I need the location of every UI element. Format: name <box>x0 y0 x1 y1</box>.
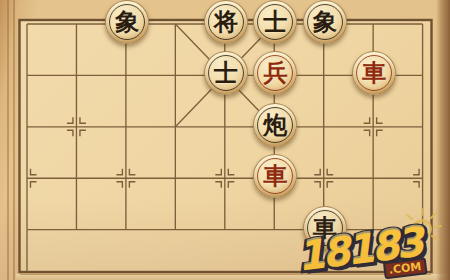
piece-ring <box>208 55 244 91</box>
piece-red-soldier[interactable]: 兵 <box>253 51 297 95</box>
xiangqi-game-screenshot: 象将士象士兵車炮車車 18183 18183 .COM <box>0 0 450 280</box>
piece-black-general[interactable]: 将 <box>204 0 248 44</box>
piece-black-elephant[interactable]: 象 <box>303 0 347 44</box>
piece-ring <box>257 4 293 40</box>
piece-black-advisor[interactable]: 士 <box>253 0 297 44</box>
piece-red-chariot[interactable]: 車 <box>352 51 396 95</box>
piece-ring <box>257 55 293 91</box>
piece-ring <box>257 107 293 143</box>
piece-black-advisor[interactable]: 士 <box>204 51 248 95</box>
xiangqi-board: 象将士象士兵車炮車車 <box>2 0 447 255</box>
piece-red-chariot[interactable]: 車 <box>253 154 297 198</box>
piece-ring <box>307 4 343 40</box>
piece-black-cannon[interactable]: 炮 <box>253 103 297 147</box>
piece-ring <box>257 158 293 194</box>
piece-ring <box>208 4 244 40</box>
watermark-com-tag: .COM <box>383 257 427 279</box>
piece-black-elephant[interactable]: 象 <box>105 0 149 44</box>
piece-ring <box>356 55 392 91</box>
piece-ring <box>109 4 145 40</box>
